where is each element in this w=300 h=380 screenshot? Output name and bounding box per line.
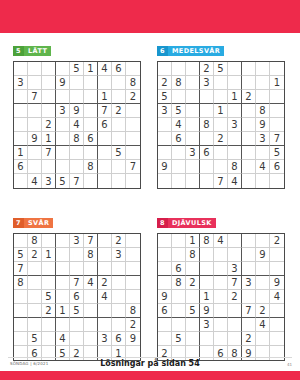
sudoku-cell-r7c2 — [28, 318, 42, 332]
sudoku-cell-r7c5 — [70, 146, 84, 160]
sudoku-cell-r6c4 — [56, 132, 70, 146]
sudoku-cell-r3c5 — [70, 262, 84, 276]
sudoku-cell-r8c7 — [98, 160, 112, 174]
sudoku-cell-r7c6 — [84, 146, 98, 160]
sudoku-cell-r1c8 — [256, 62, 270, 76]
puzzle-djavulsk: 8DJÄVULSK 184289638273991246597234522689 — [157, 210, 283, 361]
sudoku-cell-r1c4: 2 — [200, 62, 214, 76]
sudoku-cell-r6c6 — [228, 132, 242, 146]
sudoku-cell-r2c2: 2 — [28, 248, 42, 262]
sudoku-cell-r3c9 — [126, 262, 140, 276]
sudoku-cell-r1c8: 2 — [112, 234, 126, 248]
sudoku-cell-r1c9: 2 — [270, 234, 284, 248]
sudoku-cell-r4c6: 7 — [228, 276, 242, 290]
difficulty-number: 5 — [13, 46, 24, 56]
sudoku-cell-r7c8 — [112, 318, 126, 332]
sudoku-cell-r2c6: 8 — [84, 248, 98, 262]
sudoku-cell-r9c8 — [256, 174, 270, 188]
sudoku-cell-r2c6 — [228, 248, 242, 262]
sudoku-cell-r1c1 — [14, 234, 28, 248]
sudoku-cell-r1c2 — [172, 62, 186, 76]
difficulty-number: 8 — [157, 218, 168, 228]
sudoku-cell-r3c5 — [214, 262, 228, 276]
sudoku-cell-r2c6 — [228, 76, 242, 90]
difficulty-label: LÄTT — [24, 46, 51, 56]
sudoku-cell-r7c7 — [242, 146, 256, 160]
sudoku-cell-r2c4: 3 — [200, 76, 214, 90]
sudoku-cell-r8c8: 4 — [256, 160, 270, 174]
sudoku-cell-r2c1: 3 — [14, 76, 28, 90]
sudoku-cell-r7c9: 2 — [126, 318, 140, 332]
sudoku-cell-r8c3 — [186, 332, 200, 346]
sudoku-cell-r6c3: 1 — [42, 132, 56, 146]
puzzle-svar: 7SVÅR 8372521837874256421582543696521 — [13, 210, 139, 361]
sudoku-cell-r2c3 — [186, 76, 200, 90]
sudoku-cell-r3c4 — [200, 262, 214, 276]
sudoku-cell-r7c9: 5 — [270, 146, 284, 160]
sudoku-cell-r1c5: 5 — [70, 62, 84, 76]
sudoku-cell-r8c9: 6 — [270, 160, 284, 174]
sudoku-cell-r6c7 — [242, 132, 256, 146]
sudoku-cell-r7c3: 7 — [42, 146, 56, 160]
sudoku-cell-r8c4 — [200, 160, 214, 174]
sudoku-cell-r2c5 — [70, 76, 84, 90]
sudoku-cell-r5c5 — [214, 290, 228, 304]
sudoku-cell-r1c7 — [242, 62, 256, 76]
sudoku-cell-r1c3 — [42, 62, 56, 76]
sudoku-cell-r8c5 — [70, 160, 84, 174]
sudoku-cell-r3c9 — [270, 262, 284, 276]
sudoku-cell-r7c1 — [158, 318, 172, 332]
sudoku-cell-r4c4: 3 — [56, 104, 70, 118]
sudoku-cell-r6c3: 5 — [186, 304, 200, 318]
sudoku-cell-r3c1: 5 — [158, 90, 172, 104]
sudoku-cell-r2c7 — [98, 248, 112, 262]
sudoku-cell-r6c4: 1 — [56, 304, 70, 318]
sudoku-cell-r4c1: 8 — [14, 276, 28, 290]
sudoku-cell-r3c4 — [56, 262, 70, 276]
sudoku-cell-r6c9 — [126, 132, 140, 146]
sudoku-cell-r4c7 — [242, 104, 256, 118]
sudoku-cell-r8c3 — [186, 160, 200, 174]
sudoku-cell-r7c9 — [270, 318, 284, 332]
sudoku-cell-r7c4 — [56, 146, 70, 160]
sudoku-cell-r2c7 — [98, 76, 112, 90]
sudoku-cell-r9c1 — [14, 174, 28, 188]
sudoku-cell-r6c9: 7 — [270, 132, 284, 146]
sudoku-cell-r2c3: 8 — [186, 248, 200, 262]
sudoku-cell-r8c2: 5 — [28, 332, 42, 346]
sudoku-cell-r7c2 — [172, 318, 186, 332]
sudoku-cell-r2c7 — [242, 76, 256, 90]
sudoku-cell-r7c6 — [84, 318, 98, 332]
sudoku-cell-r4c2: 8 — [172, 276, 186, 290]
solutions-note: Lösningar på sidan 54 — [0, 359, 300, 368]
sudoku-cell-r5c4: 8 — [200, 118, 214, 132]
sudoku-cell-r4c4 — [200, 276, 214, 290]
sudoku-cell-r2c8: 9 — [256, 248, 270, 262]
sudoku-cell-r1c8: 6 — [112, 62, 126, 76]
sudoku-cell-r9c2: 4 — [28, 174, 42, 188]
sudoku-cell-r6c8 — [112, 304, 126, 318]
sudoku-cell-r3c5 — [70, 90, 84, 104]
sudoku-cell-r3c6: 3 — [228, 262, 242, 276]
sudoku-cell-r2c1 — [158, 248, 172, 262]
sudoku-cell-r8c5 — [70, 332, 84, 346]
sudoku-cell-r7c4: 6 — [200, 146, 214, 160]
sudoku-cell-r8c4 — [200, 332, 214, 346]
sudoku-cell-r9c4 — [200, 174, 214, 188]
sudoku-cell-r1c2: 8 — [28, 234, 42, 248]
sudoku-cell-r5c7 — [242, 290, 256, 304]
sudoku-cell-r8c2 — [28, 160, 42, 174]
sudoku-cell-r8c6: 8 — [84, 160, 98, 174]
sudoku-cell-r1c3 — [42, 234, 56, 248]
sudoku-cell-r5c7: 4 — [98, 290, 112, 304]
sudoku-cell-r3c1 — [158, 262, 172, 276]
sudoku-cell-r7c8: 4 — [256, 318, 270, 332]
sudoku-cell-r4c8: 8 — [256, 104, 270, 118]
sudoku-cell-r9c6 — [84, 174, 98, 188]
sudoku-cell-r8c4: 4 — [56, 332, 70, 346]
sudoku-cell-r9c3: 3 — [42, 174, 56, 188]
sudoku-cell-r6c6 — [228, 304, 242, 318]
sudoku-cell-r6c5: 5 — [70, 304, 84, 318]
sudoku-cell-r8c2 — [172, 160, 186, 174]
sudoku-cell-r5c9 — [126, 290, 140, 304]
sudoku-cell-r9c4: 5 — [56, 174, 70, 188]
sudoku-cell-r1c7: 4 — [98, 62, 112, 76]
sudoku-cell-r2c2 — [28, 76, 42, 90]
sudoku-cell-r1c3: 1 — [186, 234, 200, 248]
sudoku-cell-r2c4 — [200, 248, 214, 262]
sudoku-cell-r7c5 — [70, 318, 84, 332]
sudoku-cell-r9c5: 7 — [70, 174, 84, 188]
sudoku-cell-r5c2 — [28, 290, 42, 304]
sudoku-cell-r6c5: 2 — [214, 132, 228, 146]
sudoku-cell-r7c6 — [228, 146, 242, 160]
sudoku-cell-r1c9 — [126, 62, 140, 76]
sudoku-cell-r3c3 — [42, 90, 56, 104]
sudoku-cell-r5c1: 9 — [158, 290, 172, 304]
sudoku-cell-r3c3 — [186, 90, 200, 104]
sudoku-cell-r2c2 — [172, 248, 186, 262]
sudoku-cell-r5c9: 4 — [270, 290, 284, 304]
sudoku-cell-r6c1 — [14, 304, 28, 318]
sudoku-cell-r5c8 — [256, 290, 270, 304]
sudoku-cell-r3c6: 1 — [228, 90, 242, 104]
sudoku-cell-r1c1 — [158, 62, 172, 76]
footer-divider — [8, 357, 292, 358]
sudoku-cell-r5c2: 4 — [172, 118, 186, 132]
sudoku-cell-r4c8 — [256, 276, 270, 290]
sudoku-cell-r5c6 — [84, 118, 98, 132]
sudoku-cell-r4c5 — [214, 276, 228, 290]
sudoku-cell-r7c1: 1 — [14, 146, 28, 160]
sudoku-cell-r1c6: 7 — [84, 234, 98, 248]
sudoku-cell-r6c9: 8 — [126, 304, 140, 318]
sudoku-cell-r1c5: 5 — [214, 62, 228, 76]
sudoku-cell-r5c5 — [214, 118, 228, 132]
sudoku-cell-r9c5: 7 — [214, 174, 228, 188]
sudoku-grid-medelsvar: 252831512351848396237365984674 — [157, 61, 285, 189]
sudoku-cell-r4c8 — [112, 276, 126, 290]
sudoku-cell-r4c9 — [126, 276, 140, 290]
sudoku-cell-r3c7 — [98, 262, 112, 276]
sudoku-cell-r3c4 — [56, 90, 70, 104]
sudoku-cell-r5c5: 4 — [70, 118, 84, 132]
sudoku-cell-r7c6 — [228, 318, 242, 332]
sudoku-cell-r3c2 — [172, 90, 186, 104]
sudoku-cell-r5c7: 6 — [98, 118, 112, 132]
sudoku-cell-r2c5 — [214, 76, 228, 90]
sudoku-cell-r1c7 — [98, 234, 112, 248]
sudoku-cell-r1c5: 3 — [70, 234, 84, 248]
sudoku-cell-r2c9 — [270, 248, 284, 262]
sudoku-grid-djavulsk: 184289638273991246597234522689 — [157, 233, 285, 361]
sudoku-cell-r8c6 — [228, 332, 242, 346]
sudoku-cell-r6c6 — [84, 304, 98, 318]
sudoku-cell-r2c8 — [112, 76, 126, 90]
sudoku-cell-r3c7: 1 — [98, 90, 112, 104]
sudoku-cell-r1c9 — [126, 234, 140, 248]
sudoku-cell-r6c2 — [172, 304, 186, 318]
sudoku-cell-r3c8 — [112, 90, 126, 104]
page-number: 41 — [287, 362, 292, 367]
sudoku-cell-r3c2: 6 — [172, 262, 186, 276]
sudoku-cell-r5c3 — [186, 118, 200, 132]
sudoku-cell-r4c5: 9 — [70, 104, 84, 118]
sudoku-cell-r7c3: 3 — [186, 146, 200, 160]
sudoku-cell-r7c7 — [242, 318, 256, 332]
sudoku-cell-r9c9 — [126, 174, 140, 188]
sudoku-cell-r6c7 — [98, 304, 112, 318]
sudoku-cell-r1c1 — [14, 62, 28, 76]
sudoku-cell-r5c4 — [56, 118, 70, 132]
sudoku-cell-r7c5 — [214, 318, 228, 332]
sudoku-cell-r5c6 — [84, 290, 98, 304]
sudoku-cell-r5c8 — [112, 290, 126, 304]
sudoku-cell-r4c9 — [126, 104, 140, 118]
sudoku-cell-r7c8: 5 — [112, 146, 126, 160]
sudoku-cell-r2c5 — [70, 248, 84, 262]
sudoku-cell-r5c1 — [14, 118, 28, 132]
sudoku-cell-r4c2 — [28, 104, 42, 118]
sudoku-cell-r3c7 — [242, 262, 256, 276]
sudoku-cell-r1c6 — [228, 234, 242, 248]
difficulty-badge-medelsvar: 6MEDELSVÅR — [157, 46, 224, 56]
sudoku-cell-r4c6 — [84, 104, 98, 118]
sudoku-cell-r6c5 — [214, 304, 228, 318]
sudoku-cell-r3c8 — [256, 90, 270, 104]
sudoku-cell-r2c4 — [56, 248, 70, 262]
sudoku-cell-r1c9 — [270, 62, 284, 76]
puzzle-medelsvar: 6MEDELSVÅR 25283151235184839623736598467… — [157, 38, 283, 189]
sudoku-cell-r8c7: 2 — [242, 332, 256, 346]
sudoku-cell-r1c1 — [158, 234, 172, 248]
sudoku-cell-r9c7 — [242, 174, 256, 188]
sudoku-cell-r6c1 — [158, 132, 172, 146]
difficulty-badge-latt: 5LÄTT — [13, 46, 51, 56]
difficulty-number: 6 — [157, 46, 168, 56]
sudoku-cell-r4c3 — [42, 276, 56, 290]
sudoku-cell-r5c2 — [28, 118, 42, 132]
difficulty-label: MEDELSVÅR — [168, 46, 224, 56]
sudoku-cell-r8c7 — [242, 160, 256, 174]
sudoku-cell-r3c8 — [112, 262, 126, 276]
difficulty-badge-djavulsk: 8DJÄVULSK — [157, 218, 216, 228]
sudoku-cell-r2c1: 2 — [158, 76, 172, 90]
sudoku-cell-r7c2 — [28, 146, 42, 160]
sudoku-cell-r1c3 — [186, 62, 200, 76]
sudoku-cell-r3c2 — [28, 262, 42, 276]
difficulty-badge-svar: 7SVÅR — [13, 218, 53, 228]
sudoku-cell-r6c8: 3 — [256, 132, 270, 146]
sudoku-cell-r2c8 — [256, 76, 270, 90]
sudoku-cell-r4c4 — [56, 276, 70, 290]
sudoku-cell-r8c1 — [158, 332, 172, 346]
sudoku-cell-r5c4 — [56, 290, 70, 304]
sudoku-cell-r3c9 — [270, 90, 284, 104]
sudoku-cell-r5c7 — [242, 118, 256, 132]
sudoku-cell-r8c5 — [214, 160, 228, 174]
sudoku-cell-r2c4: 9 — [56, 76, 70, 90]
sudoku-cell-r4c6: 4 — [84, 276, 98, 290]
sudoku-cell-r4c3: 2 — [186, 276, 200, 290]
sudoku-cell-r7c3 — [186, 318, 200, 332]
sudoku-cell-r8c1: 9 — [158, 160, 172, 174]
sudoku-cell-r1c5: 4 — [214, 234, 228, 248]
sudoku-cell-r4c1: 3 — [158, 104, 172, 118]
difficulty-label: DJÄVULSK — [168, 218, 216, 228]
sudoku-cell-r4c5: 1 — [214, 104, 228, 118]
sudoku-cell-r6c7: 7 — [242, 304, 256, 318]
sudoku-cell-r8c4 — [56, 160, 70, 174]
sudoku-cell-r6c3: 2 — [42, 304, 56, 318]
sudoku-cell-r2c5 — [214, 248, 228, 262]
sudoku-cell-r5c2 — [172, 290, 186, 304]
sudoku-cell-r8c7: 3 — [98, 332, 112, 346]
sudoku-cell-r2c7 — [242, 248, 256, 262]
sudoku-cell-r7c1 — [158, 146, 172, 160]
sudoku-cell-r8c8 — [112, 160, 126, 174]
sudoku-cell-r7c4 — [56, 318, 70, 332]
sudoku-cell-r4c8: 2 — [112, 104, 126, 118]
sudoku-cell-r9c6: 4 — [228, 174, 242, 188]
sudoku-cell-r5c6: 2 — [228, 290, 242, 304]
sudoku-cell-r6c7 — [98, 132, 112, 146]
difficulty-label: SVÅR — [24, 218, 53, 228]
sudoku-cell-r9c3 — [186, 174, 200, 188]
sudoku-cell-r5c9 — [270, 118, 284, 132]
sudoku-cell-r4c7: 2 — [98, 276, 112, 290]
sudoku-cell-r4c9: 9 — [270, 276, 284, 290]
bottom-red-bar — [0, 371, 300, 380]
sudoku-cell-r8c1: 6 — [14, 160, 28, 174]
sudoku-cell-r3c9: 2 — [126, 90, 140, 104]
sudoku-cell-r1c6 — [228, 62, 242, 76]
sudoku-cell-r1c2 — [172, 234, 186, 248]
sudoku-cell-r5c1 — [158, 118, 172, 132]
sudoku-cell-r9c7 — [98, 174, 112, 188]
sudoku-cell-r8c2: 5 — [172, 332, 186, 346]
sudoku-cell-r2c8: 3 — [112, 248, 126, 262]
sudoku-cell-r2c9: 8 — [126, 76, 140, 90]
sudoku-cell-r5c1 — [14, 290, 28, 304]
sudoku-cell-r6c5: 8 — [70, 132, 84, 146]
sudoku-cell-r1c2 — [28, 62, 42, 76]
sudoku-cell-r4c5: 7 — [70, 276, 84, 290]
sudoku-cell-r7c9 — [126, 146, 140, 160]
sudoku-cell-r1c4 — [56, 62, 70, 76]
sudoku-cell-r9c2 — [172, 174, 186, 188]
sudoku-cell-r3c3 — [186, 262, 200, 276]
sudoku-cell-r3c7: 2 — [242, 90, 256, 104]
sudoku-cell-r4c7: 3 — [242, 276, 256, 290]
sudoku-cell-r4c6 — [228, 104, 242, 118]
sudoku-cell-r3c6 — [84, 262, 98, 276]
sudoku-cell-r6c2: 6 — [172, 132, 186, 146]
sudoku-cell-r8c6: 8 — [228, 160, 242, 174]
sudoku-cell-r4c2 — [28, 276, 42, 290]
sudoku-cell-r3c3 — [42, 262, 56, 276]
sudoku-cell-r5c9 — [126, 118, 140, 132]
sudoku-cell-r8c3 — [42, 160, 56, 174]
sudoku-cell-r9c1 — [158, 174, 172, 188]
sudoku-cell-r7c4: 3 — [200, 318, 214, 332]
sudoku-cell-r1c4 — [56, 234, 70, 248]
sudoku-cell-r3c5 — [214, 90, 228, 104]
puzzle-latt: 5LÄTT 5146398712397224691861756874357 — [13, 38, 139, 189]
sudoku-cell-r7c2 — [172, 146, 186, 160]
sudoku-cell-r6c4: 9 — [200, 304, 214, 318]
sudoku-cell-r4c2: 5 — [172, 104, 186, 118]
sudoku-cell-r7c3 — [42, 318, 56, 332]
sudoku-cell-r2c1: 5 — [14, 248, 28, 262]
sudoku-cell-r4c7: 7 — [98, 104, 112, 118]
sudoku-cell-r4c4 — [200, 104, 214, 118]
sudoku-cell-r5c8 — [112, 118, 126, 132]
sudoku-cell-r2c3: 1 — [42, 248, 56, 262]
sudoku-cell-r8c9: 7 — [126, 160, 140, 174]
sudoku-cell-r4c3 — [186, 104, 200, 118]
sudoku-cell-r6c8 — [112, 132, 126, 146]
sudoku-cell-r9c8 — [112, 174, 126, 188]
sudoku-cell-r5c4: 1 — [200, 290, 214, 304]
sudoku-cell-r1c6: 1 — [84, 62, 98, 76]
sudoku-cell-r6c2 — [28, 304, 42, 318]
sudoku-cell-r1c7 — [242, 234, 256, 248]
sudoku-cell-r8c1 — [14, 332, 28, 346]
sudoku-cell-r5c3: 2 — [42, 118, 56, 132]
sudoku-cell-r3c1: 7 — [14, 262, 28, 276]
sudoku-cell-r7c7 — [98, 318, 112, 332]
sudoku-cell-r3c6 — [84, 90, 98, 104]
sudoku-cell-r5c8: 9 — [256, 118, 270, 132]
sudoku-cell-r5c3: 5 — [42, 290, 56, 304]
sudoku-grid-svar: 8372521837874256421582543696521 — [13, 233, 141, 361]
sudoku-cell-r2c9 — [126, 248, 140, 262]
sudoku-cell-r8c8 — [256, 332, 270, 346]
sudoku-cell-r2c9: 1 — [270, 76, 284, 90]
sudoku-cell-r4c3 — [42, 104, 56, 118]
sudoku-cell-r8c5 — [214, 332, 228, 346]
sudoku-cell-r6c9 — [270, 304, 284, 318]
sudoku-cell-r7c8 — [256, 146, 270, 160]
sudoku-cell-r8c9 — [270, 332, 284, 346]
sudoku-cell-r6c1: 6 — [158, 304, 172, 318]
sudoku-cell-r2c6 — [84, 76, 98, 90]
